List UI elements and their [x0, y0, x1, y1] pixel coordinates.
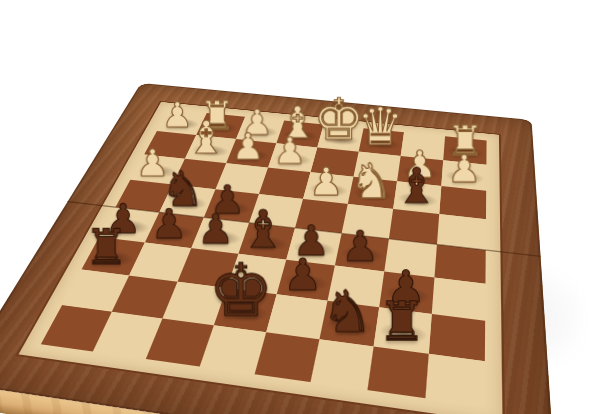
square-g1: [367, 347, 428, 399]
square-h7: ♟: [441, 160, 486, 191]
piece-black-bishop: ♝: [394, 161, 438, 210]
piece-black-pawn: ♟: [197, 208, 234, 249]
piece-white-queen: ♛: [357, 101, 403, 153]
square-b7: ♝: [185, 135, 236, 163]
piece-white-king: ♚: [313, 92, 364, 149]
square-f8: ♛: [359, 128, 404, 156]
chess-board: ♟♜♟♝♚♛♜♝♟♟♟♟♟♟♞♝♞♟♟♟♟♝♟♟♜♟♟♚♞♜: [0, 83, 555, 414]
square-g2: ♜: [374, 307, 432, 354]
square-h1: [425, 354, 484, 406]
piece-white-pawn: ♟: [447, 150, 481, 188]
piece-black-king: ♚: [208, 254, 273, 327]
square-f2: ♞: [319, 301, 379, 347]
square-f6: ♞: [348, 177, 397, 209]
square-e6: ♟: [303, 172, 353, 204]
piece-black-pawn: ♟: [150, 203, 187, 244]
square-a3: ♜: [81, 237, 144, 276]
piece-black-rook: ♜: [377, 295, 425, 349]
square-g6: ♝: [393, 181, 441, 214]
piece-white-pawn: ♟: [273, 132, 306, 169]
piece-black-rook: ♜: [84, 222, 128, 271]
piece-white-pawn: ♟: [231, 128, 264, 164]
piece-black-pawn: ♟: [283, 252, 322, 296]
piece-black-knight: ♞: [321, 283, 373, 341]
product-photo-scene: ♟♜♟♝♚♛♜♝♟♟♟♟♟♟♞♝♞♟♟♟♟♝♟♟♜♟♟♚♞♜: [0, 0, 600, 414]
square-d2: ♚: [214, 288, 277, 332]
piece-white-pawn: ♟: [308, 162, 342, 200]
square-h5: [437, 214, 486, 250]
piece-white-bishop: ♝: [186, 115, 227, 160]
piece-white-knight: ♞: [349, 157, 392, 205]
piece-black-pawn: ♟: [341, 225, 379, 267]
